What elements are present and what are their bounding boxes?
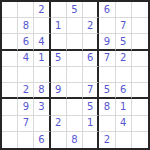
cell-r9c3[interactable]: 6 <box>34 132 50 148</box>
cell-r2c9[interactable] <box>132 18 148 34</box>
cell-r9c2[interactable] <box>18 132 34 148</box>
cell-r7c8[interactable]: 1 <box>116 99 132 115</box>
cell-r5c3[interactable] <box>34 67 50 83</box>
cell-r4c9[interactable] <box>132 51 148 67</box>
cell-r3c7[interactable]: 9 <box>99 34 115 50</box>
cell-r3c5[interactable] <box>67 34 83 50</box>
cell-r9c4[interactable] <box>51 132 67 148</box>
cell-r1c6[interactable] <box>83 2 99 18</box>
sudoku-board: 25681276495415672289756935817214682 <box>0 0 150 150</box>
cell-r7c4[interactable] <box>51 99 67 115</box>
cell-r2c2[interactable]: 8 <box>18 18 34 34</box>
cell-r1c1[interactable] <box>2 2 18 18</box>
cell-r2c3[interactable] <box>34 18 50 34</box>
cell-r5c8[interactable] <box>116 67 132 83</box>
cell-r9c1[interactable] <box>2 132 18 148</box>
cell-r6c6[interactable]: 7 <box>83 83 99 99</box>
cell-r5c1[interactable] <box>2 67 18 83</box>
cell-r9c7[interactable]: 2 <box>99 132 115 148</box>
cell-r9c6[interactable] <box>83 132 99 148</box>
cell-r5c5[interactable] <box>67 67 83 83</box>
cell-r7c2[interactable]: 9 <box>18 99 34 115</box>
cell-r8c9[interactable] <box>132 116 148 132</box>
cell-r8c2[interactable]: 7 <box>18 116 34 132</box>
cell-r8c6[interactable]: 1 <box>83 116 99 132</box>
cell-r2c6[interactable]: 2 <box>83 18 99 34</box>
cell-r6c8[interactable]: 6 <box>116 83 132 99</box>
cell-r6c1[interactable] <box>2 83 18 99</box>
cell-r9c8[interactable] <box>116 132 132 148</box>
cell-r3c3[interactable]: 4 <box>34 34 50 50</box>
cell-r6c4[interactable]: 9 <box>51 83 67 99</box>
cell-r4c8[interactable]: 2 <box>116 51 132 67</box>
cell-r7c6[interactable]: 5 <box>83 99 99 115</box>
cell-r4c2[interactable]: 4 <box>18 51 34 67</box>
cell-r6c3[interactable]: 8 <box>34 83 50 99</box>
cell-r1c8[interactable] <box>116 2 132 18</box>
cell-r3c8[interactable]: 5 <box>116 34 132 50</box>
cell-r7c1[interactable] <box>2 99 18 115</box>
cell-r4c1[interactable] <box>2 51 18 67</box>
cell-r7c3[interactable]: 3 <box>34 99 50 115</box>
cell-r3c6[interactable] <box>83 34 99 50</box>
cell-r6c5[interactable] <box>67 83 83 99</box>
cell-r4c6[interactable]: 6 <box>83 51 99 67</box>
cell-r6c2[interactable]: 2 <box>18 83 34 99</box>
cell-r1c7[interactable]: 6 <box>99 2 115 18</box>
cell-r3c1[interactable] <box>2 34 18 50</box>
cell-r7c5[interactable] <box>67 99 83 115</box>
cell-r2c8[interactable]: 7 <box>116 18 132 34</box>
cell-r2c5[interactable] <box>67 18 83 34</box>
cell-r5c9[interactable] <box>132 67 148 83</box>
cell-r7c7[interactable]: 8 <box>99 99 115 115</box>
cell-r4c4[interactable]: 5 <box>51 51 67 67</box>
cell-r3c2[interactable]: 6 <box>18 34 34 50</box>
cell-r5c2[interactable] <box>18 67 34 83</box>
cell-r1c2[interactable] <box>18 2 34 18</box>
cell-r9c9[interactable] <box>132 132 148 148</box>
cell-r1c4[interactable] <box>51 2 67 18</box>
cell-r5c6[interactable] <box>83 67 99 83</box>
cell-r1c9[interactable] <box>132 2 148 18</box>
cell-r1c5[interactable]: 5 <box>67 2 83 18</box>
cell-r4c7[interactable]: 7 <box>99 51 115 67</box>
cell-r6c7[interactable]: 5 <box>99 83 115 99</box>
cell-r4c3[interactable]: 1 <box>34 51 50 67</box>
cell-r6c9[interactable] <box>132 83 148 99</box>
cell-r8c3[interactable] <box>34 116 50 132</box>
cell-r5c7[interactable] <box>99 67 115 83</box>
cell-r8c7[interactable] <box>99 116 115 132</box>
cell-r8c8[interactable]: 4 <box>116 116 132 132</box>
cell-r9c5[interactable]: 8 <box>67 132 83 148</box>
cell-r2c4[interactable]: 1 <box>51 18 67 34</box>
cell-r1c3[interactable]: 2 <box>34 2 50 18</box>
cell-r3c4[interactable] <box>51 34 67 50</box>
cell-r8c1[interactable] <box>2 116 18 132</box>
cell-r7c9[interactable] <box>132 99 148 115</box>
cell-r8c4[interactable]: 2 <box>51 116 67 132</box>
cell-r2c1[interactable] <box>2 18 18 34</box>
cell-r2c7[interactable] <box>99 18 115 34</box>
cell-r3c9[interactable] <box>132 34 148 50</box>
cell-r4c5[interactable] <box>67 51 83 67</box>
cell-r8c5[interactable] <box>67 116 83 132</box>
cell-r5c4[interactable] <box>51 67 67 83</box>
